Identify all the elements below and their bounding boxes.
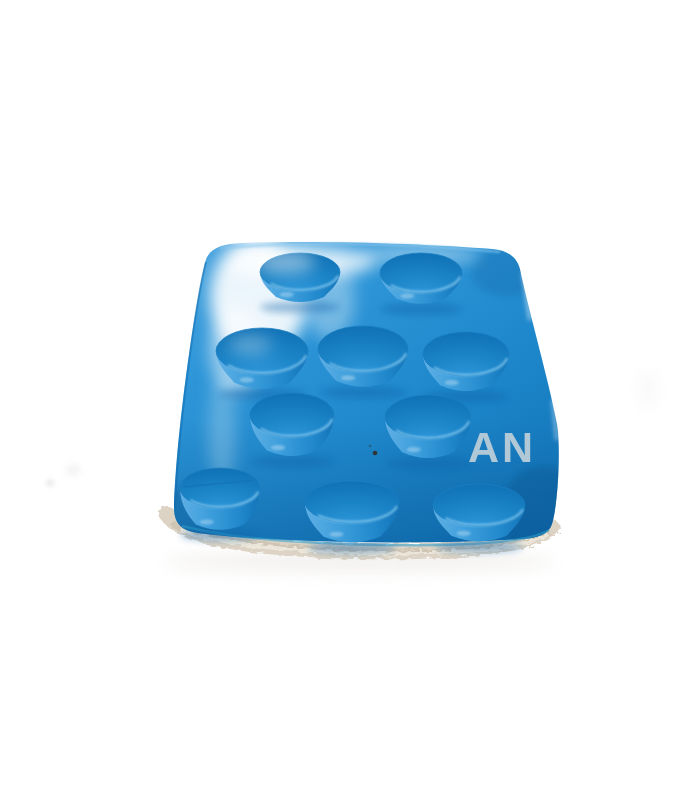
product-photo-canvas: AN xyxy=(0,0,700,800)
stud xyxy=(380,253,462,315)
speck xyxy=(369,445,371,447)
product-photo: AN xyxy=(0,0,700,800)
watermark-text: AN xyxy=(468,423,536,471)
speck xyxy=(373,451,378,456)
